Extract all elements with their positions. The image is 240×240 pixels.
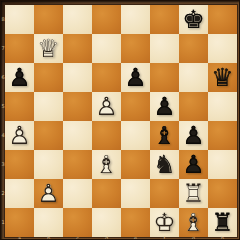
square-e3[interactable] bbox=[121, 150, 150, 179]
square-f7[interactable] bbox=[150, 34, 179, 63]
file-label-f: f bbox=[150, 235, 179, 240]
file-label-b: b bbox=[34, 235, 63, 240]
square-d2[interactable] bbox=[92, 179, 121, 208]
chess-board: ♚♔♛♕♟♙♟♙♛♕♟♙♟♙♟♙♝♗♟♙♝♗♞♘♟♙♟♙♜♖♚♔♝♗♜♖ bbox=[5, 5, 237, 237]
square-c7[interactable] bbox=[63, 34, 92, 63]
square-f6[interactable] bbox=[150, 63, 179, 92]
square-h8[interactable] bbox=[208, 5, 237, 34]
rank-label-7: 7 bbox=[1, 46, 5, 51]
square-a6[interactable]: ♟♙ bbox=[5, 63, 34, 92]
piece-white-bishop[interactable]: ♝♗ bbox=[92, 150, 121, 179]
square-e7[interactable] bbox=[121, 34, 150, 63]
rank-label-4: 4 bbox=[1, 133, 5, 138]
piece-black-king[interactable]: ♚♔ bbox=[179, 5, 208, 34]
piece-white-pawn[interactable]: ♟♙ bbox=[34, 179, 63, 208]
file-label-e: e bbox=[121, 235, 150, 240]
piece-black-pawn[interactable]: ♟♙ bbox=[179, 150, 208, 179]
square-a2[interactable] bbox=[5, 179, 34, 208]
square-d3[interactable]: ♝♗ bbox=[92, 150, 121, 179]
square-e6[interactable]: ♟♙ bbox=[121, 63, 150, 92]
square-d1[interactable] bbox=[92, 208, 121, 237]
piece-white-bishop[interactable]: ♝♗ bbox=[179, 208, 208, 237]
square-h1[interactable]: ♜♖ bbox=[208, 208, 237, 237]
square-d4[interactable] bbox=[92, 121, 121, 150]
square-h7[interactable] bbox=[208, 34, 237, 63]
square-h4[interactable] bbox=[208, 121, 237, 150]
square-c6[interactable] bbox=[63, 63, 92, 92]
square-c1[interactable] bbox=[63, 208, 92, 237]
square-a4[interactable]: ♟♙ bbox=[5, 121, 34, 150]
square-e5[interactable] bbox=[121, 92, 150, 121]
square-a5[interactable] bbox=[5, 92, 34, 121]
piece-black-bishop[interactable]: ♝♗ bbox=[150, 121, 179, 150]
square-c3[interactable] bbox=[63, 150, 92, 179]
piece-black-pawn[interactable]: ♟♙ bbox=[5, 63, 34, 92]
square-g6[interactable] bbox=[179, 63, 208, 92]
square-g8[interactable]: ♚♔ bbox=[179, 5, 208, 34]
square-e4[interactable] bbox=[121, 121, 150, 150]
square-d8[interactable] bbox=[92, 5, 121, 34]
square-h2[interactable] bbox=[208, 179, 237, 208]
piece-black-pawn[interactable]: ♟♙ bbox=[121, 63, 150, 92]
square-c2[interactable] bbox=[63, 179, 92, 208]
square-f8[interactable] bbox=[150, 5, 179, 34]
square-h3[interactable] bbox=[208, 150, 237, 179]
square-g1[interactable]: ♝♗ bbox=[179, 208, 208, 237]
piece-white-rook[interactable]: ♜♖ bbox=[179, 179, 208, 208]
file-label-g: g bbox=[179, 235, 208, 240]
square-f5[interactable]: ♟♙ bbox=[150, 92, 179, 121]
rank-label-1: 1 bbox=[1, 220, 5, 225]
square-b3[interactable] bbox=[34, 150, 63, 179]
square-g7[interactable] bbox=[179, 34, 208, 63]
square-c4[interactable] bbox=[63, 121, 92, 150]
piece-white-king[interactable]: ♚♔ bbox=[150, 208, 179, 237]
rank-label-8: 8 bbox=[1, 17, 5, 22]
square-c5[interactable] bbox=[63, 92, 92, 121]
square-a1[interactable] bbox=[5, 208, 34, 237]
square-g2[interactable]: ♜♖ bbox=[179, 179, 208, 208]
square-b6[interactable] bbox=[34, 63, 63, 92]
square-h6[interactable]: ♛♕ bbox=[208, 63, 237, 92]
square-d6[interactable] bbox=[92, 63, 121, 92]
piece-black-rook[interactable]: ♜♖ bbox=[208, 208, 237, 237]
square-e8[interactable] bbox=[121, 5, 150, 34]
square-g4[interactable]: ♟♙ bbox=[179, 121, 208, 150]
square-b8[interactable] bbox=[34, 5, 63, 34]
file-label-c: c bbox=[63, 235, 92, 240]
square-g5[interactable] bbox=[179, 92, 208, 121]
square-f3[interactable]: ♞♘ bbox=[150, 150, 179, 179]
square-e2[interactable] bbox=[121, 179, 150, 208]
square-g3[interactable]: ♟♙ bbox=[179, 150, 208, 179]
square-f1[interactable]: ♚♔ bbox=[150, 208, 179, 237]
rank-label-2: 2 bbox=[1, 191, 5, 196]
square-b2[interactable]: ♟♙ bbox=[34, 179, 63, 208]
piece-white-pawn[interactable]: ♟♙ bbox=[92, 92, 121, 121]
file-label-a: a bbox=[5, 235, 34, 240]
rank-label-6: 6 bbox=[1, 75, 5, 80]
chess-diagram: ♚♔♛♕♟♙♟♙♛♕♟♙♟♙♟♙♝♗♟♙♝♗♞♘♟♙♟♙♜♖♚♔♝♗♜♖ 876… bbox=[0, 0, 240, 240]
square-a3[interactable] bbox=[5, 150, 34, 179]
rank-label-3: 3 bbox=[1, 162, 5, 167]
file-label-h: h bbox=[208, 235, 237, 240]
square-b1[interactable] bbox=[34, 208, 63, 237]
square-b4[interactable] bbox=[34, 121, 63, 150]
square-a7[interactable] bbox=[5, 34, 34, 63]
square-b7[interactable]: ♛♕ bbox=[34, 34, 63, 63]
square-f2[interactable] bbox=[150, 179, 179, 208]
square-a8[interactable] bbox=[5, 5, 34, 34]
square-b5[interactable] bbox=[34, 92, 63, 121]
piece-white-pawn[interactable]: ♟♙ bbox=[5, 121, 34, 150]
square-c8[interactable] bbox=[63, 5, 92, 34]
piece-black-queen[interactable]: ♛♕ bbox=[208, 63, 237, 92]
rank-label-5: 5 bbox=[1, 104, 5, 109]
piece-black-knight[interactable]: ♞♘ bbox=[150, 150, 179, 179]
square-f4[interactable]: ♝♗ bbox=[150, 121, 179, 150]
piece-black-pawn[interactable]: ♟♙ bbox=[150, 92, 179, 121]
piece-black-pawn[interactable]: ♟♙ bbox=[179, 121, 208, 150]
square-h5[interactable] bbox=[208, 92, 237, 121]
piece-white-queen[interactable]: ♛♕ bbox=[34, 34, 63, 63]
square-d5[interactable]: ♟♙ bbox=[92, 92, 121, 121]
square-d7[interactable] bbox=[92, 34, 121, 63]
file-label-d: d bbox=[92, 235, 121, 240]
square-e1[interactable] bbox=[121, 208, 150, 237]
